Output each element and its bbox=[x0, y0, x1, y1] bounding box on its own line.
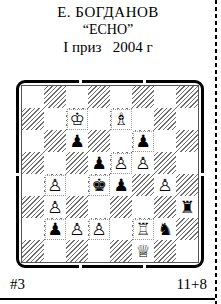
white-rook-piece: ♖ bbox=[133, 219, 154, 240]
square-h7 bbox=[176, 108, 198, 130]
square-d2: ♙ bbox=[88, 218, 110, 240]
black-knight-piece: ♞ bbox=[157, 221, 172, 238]
problem-title: “ECHO” bbox=[0, 21, 216, 38]
square-b7 bbox=[44, 108, 66, 130]
black-pawn-piece: ♟ bbox=[91, 155, 106, 172]
black-pawn-piece: ♟ bbox=[113, 177, 128, 194]
stipulation-label: #3 bbox=[10, 276, 25, 293]
square-f3 bbox=[132, 196, 154, 218]
square-d7 bbox=[88, 108, 110, 130]
square-e5: ♙ bbox=[110, 152, 132, 174]
border-notch bbox=[143, 80, 146, 84]
black-pawn-piece: ♟ bbox=[45, 219, 66, 240]
white-pawn-piece: ♙ bbox=[47, 199, 62, 216]
square-b2: ♟ bbox=[44, 218, 66, 240]
square-e4: ♟ bbox=[110, 174, 132, 196]
square-h8 bbox=[176, 86, 198, 108]
board-grid: ♔♗♟♟♟♙♙♙♚♟♙♙♜♟♙♙♖♞♕ bbox=[21, 85, 199, 263]
square-f8 bbox=[132, 86, 154, 108]
chess-board: ♔♗♟♟♟♙♙♙♚♟♙♙♜♟♙♙♖♞♕ bbox=[16, 80, 204, 268]
square-a5 bbox=[22, 152, 44, 174]
square-d4: ♚ bbox=[88, 174, 110, 196]
square-f1: ♕ bbox=[132, 240, 154, 262]
white-pawn-piece: ♙ bbox=[111, 153, 132, 174]
square-h3: ♜ bbox=[176, 196, 198, 218]
page-cut-line-right bbox=[215, 0, 217, 304]
square-c1 bbox=[66, 240, 88, 262]
square-h4 bbox=[176, 174, 198, 196]
square-a3 bbox=[22, 196, 44, 218]
square-e3 bbox=[110, 196, 132, 218]
square-g1 bbox=[154, 240, 176, 262]
square-d8 bbox=[88, 86, 110, 108]
square-c8 bbox=[66, 86, 88, 108]
square-g2: ♞ bbox=[154, 218, 176, 240]
square-a2 bbox=[22, 218, 44, 240]
page: Е. БОГДАНОВ “ECHO” I приз 2004 г ♔♗♟♟♟♙♙… bbox=[0, 0, 221, 304]
square-e1 bbox=[110, 240, 132, 262]
border-notch bbox=[79, 80, 82, 84]
square-b1 bbox=[44, 240, 66, 262]
square-g6 bbox=[154, 130, 176, 152]
black-pawn-piece: ♟ bbox=[133, 131, 154, 152]
author-name: Е. БОГДАНОВ bbox=[0, 3, 216, 21]
square-g3 bbox=[154, 196, 176, 218]
square-g5 bbox=[154, 152, 176, 174]
square-f2: ♖ bbox=[132, 218, 154, 240]
square-h6 bbox=[176, 130, 198, 152]
square-f5: ♙ bbox=[132, 152, 154, 174]
black-rook-piece: ♜ bbox=[179, 199, 194, 216]
square-f4 bbox=[132, 174, 154, 196]
square-e8 bbox=[110, 86, 132, 108]
white-bishop-piece: ♗ bbox=[111, 109, 132, 130]
white-king-piece: ♔ bbox=[67, 109, 88, 130]
material-count: 11+8 bbox=[177, 276, 207, 293]
square-g8 bbox=[154, 86, 176, 108]
square-a4 bbox=[22, 174, 44, 196]
square-b6 bbox=[44, 130, 66, 152]
problem-footer: #3 11+8 bbox=[10, 276, 207, 293]
award-line: I приз 2004 г bbox=[0, 38, 216, 56]
square-f6: ♟ bbox=[132, 130, 154, 152]
square-d3 bbox=[88, 196, 110, 218]
square-a8 bbox=[22, 86, 44, 108]
square-b8 bbox=[44, 86, 66, 108]
square-h2 bbox=[176, 218, 198, 240]
square-h1 bbox=[176, 240, 198, 262]
square-a7 bbox=[22, 108, 44, 130]
white-queen-piece: ♕ bbox=[135, 243, 150, 260]
square-h5 bbox=[176, 152, 198, 174]
square-a1 bbox=[22, 240, 44, 262]
square-b5 bbox=[44, 152, 66, 174]
white-pawn-piece: ♙ bbox=[89, 219, 110, 240]
square-c2: ♙ bbox=[66, 218, 88, 240]
square-d1 bbox=[88, 240, 110, 262]
square-e2 bbox=[110, 218, 132, 240]
square-e6 bbox=[110, 130, 132, 152]
square-c4 bbox=[66, 174, 88, 196]
square-c6: ♟ bbox=[66, 130, 88, 152]
border-notch bbox=[16, 173, 20, 176]
white-pawn-piece: ♙ bbox=[69, 221, 84, 238]
border-notch bbox=[200, 173, 204, 176]
square-c3 bbox=[66, 196, 88, 218]
white-pawn-piece: ♙ bbox=[45, 175, 66, 196]
black-pawn-piece: ♟ bbox=[69, 133, 84, 150]
problem-header: Е. БОГДАНОВ “ECHO” I приз 2004 г bbox=[0, 3, 216, 56]
square-e7: ♗ bbox=[110, 108, 132, 130]
border-notch bbox=[143, 264, 146, 268]
square-g4: ♙ bbox=[154, 174, 176, 196]
square-d6 bbox=[88, 130, 110, 152]
square-a6 bbox=[22, 130, 44, 152]
square-d5: ♟ bbox=[88, 152, 110, 174]
square-c5 bbox=[66, 152, 88, 174]
white-pawn-piece: ♙ bbox=[157, 177, 172, 194]
square-b3: ♙ bbox=[44, 196, 66, 218]
white-pawn-piece: ♙ bbox=[135, 155, 150, 172]
square-c7: ♔ bbox=[66, 108, 88, 130]
black-king-piece: ♚ bbox=[89, 175, 110, 196]
square-g7 bbox=[154, 108, 176, 130]
border-notch bbox=[79, 264, 82, 268]
page-cut-line-bottom bbox=[0, 298, 215, 300]
square-b4: ♙ bbox=[44, 174, 66, 196]
square-f7 bbox=[132, 108, 154, 130]
